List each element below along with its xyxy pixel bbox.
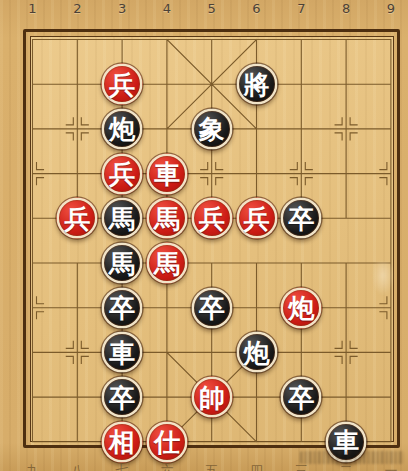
file-label-top: 3: [118, 1, 126, 16]
piece-red-advisor[interactable]: 仕: [146, 421, 187, 462]
file-label-top: 1: [28, 1, 36, 16]
file-label-top: 8: [342, 1, 350, 16]
piece-red-soldier[interactable]: 兵: [102, 153, 143, 194]
file-label-bottom: 八: [71, 462, 84, 471]
file-label-bottom: 七: [116, 462, 129, 471]
file-label-top: 6: [252, 1, 260, 16]
file-label-top: 7: [297, 1, 305, 16]
piece-red-elephant[interactable]: 相: [102, 421, 143, 462]
piece-red-horse[interactable]: 馬: [146, 243, 187, 284]
piece-black-soldier[interactable]: 卒: [281, 377, 322, 418]
piece-red-chariot[interactable]: 車: [146, 153, 187, 194]
piece-black-horse[interactable]: 馬: [102, 198, 143, 239]
file-label-bottom: 四: [250, 462, 263, 471]
file-label-top: 9: [387, 1, 395, 16]
piece-black-soldier[interactable]: 卒: [281, 198, 322, 239]
wood-smudge: [372, 262, 394, 296]
file-label-top: 2: [73, 1, 81, 16]
piece-red-soldier[interactable]: 兵: [57, 198, 98, 239]
piece-red-cannon[interactable]: 炮: [281, 287, 322, 328]
piece-red-soldier[interactable]: 兵: [102, 64, 143, 105]
file-label-bottom: 九: [26, 462, 39, 471]
piece-black-elephant[interactable]: 象: [191, 108, 232, 149]
piece-red-soldier[interactable]: 兵: [236, 198, 277, 239]
file-label-top: 5: [208, 1, 216, 16]
piece-black-soldier[interactable]: 卒: [102, 287, 143, 328]
file-label-bottom: 五: [205, 462, 218, 471]
piece-red-soldier[interactable]: 兵: [191, 198, 232, 239]
piece-black-cannon[interactable]: 炮: [236, 332, 277, 373]
piece-black-soldier[interactable]: 卒: [102, 377, 143, 418]
piece-black-general[interactable]: 將: [236, 64, 277, 105]
piece-black-soldier[interactable]: 卒: [191, 287, 232, 328]
watermark: [300, 451, 404, 464]
piece-black-horse[interactable]: 馬: [102, 243, 143, 284]
piece-black-chariot[interactable]: 車: [102, 332, 143, 373]
file-label-bottom: 六: [160, 462, 173, 471]
xiangqi-app-screenshot: 123456789 兵將炮象兵車兵馬馬兵兵卒馬馬卒卒炮車炮卒帥卒相仕車 九八七六…: [0, 0, 408, 471]
piece-red-horse[interactable]: 馬: [146, 198, 187, 239]
piece-red-general[interactable]: 帥: [191, 377, 232, 418]
file-label-top: 4: [163, 1, 171, 16]
piece-black-cannon[interactable]: 炮: [102, 108, 143, 149]
